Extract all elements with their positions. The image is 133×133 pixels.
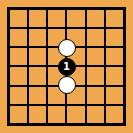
grid-cell: [48, 67, 65, 84]
grid-cell: [10, 67, 27, 84]
grid-cell: [87, 29, 104, 46]
grid-cell: [106, 106, 123, 123]
grid-cell: [29, 67, 46, 84]
grid-cell: [67, 87, 84, 104]
grid-cell: [10, 87, 27, 104]
grid-cell: [10, 10, 27, 27]
grid-cell: [29, 87, 46, 104]
grid-cell: [48, 106, 65, 123]
grid-cell: [29, 10, 46, 27]
grid-cell: [48, 48, 65, 65]
grid-cell: [67, 106, 84, 123]
grid-cell: [87, 67, 104, 84]
grid-cell: [10, 29, 27, 46]
board-grid: [7, 7, 126, 126]
grid-cell: [48, 29, 65, 46]
grid-cell: [87, 87, 104, 104]
grid-cell: [106, 10, 123, 27]
grid-cell: [87, 10, 104, 27]
grid-cell: [106, 87, 123, 104]
grid-cell: [48, 10, 65, 27]
grid-cell: [29, 29, 46, 46]
go-board[interactable]: 1: [0, 0, 133, 133]
grid-cell: [87, 48, 104, 65]
grid-cell: [106, 67, 123, 84]
grid-cell: [67, 29, 84, 46]
grid-cell: [29, 106, 46, 123]
grid-cell: [106, 48, 123, 65]
grid-cell: [48, 87, 65, 104]
grid-cell: [67, 67, 84, 84]
grid-cell: [10, 48, 27, 65]
grid-cell: [10, 106, 27, 123]
grid-cell: [67, 10, 84, 27]
grid-cell: [106, 29, 123, 46]
grid-cell: [87, 106, 104, 123]
grid-cell: [29, 48, 46, 65]
grid-cell: [67, 48, 84, 65]
